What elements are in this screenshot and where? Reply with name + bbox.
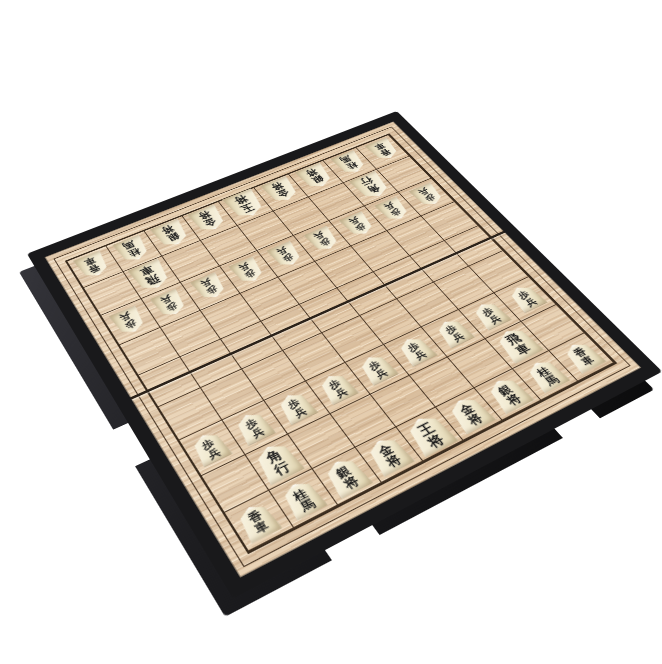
piece-kanji: 車 bbox=[513, 342, 533, 357]
piece-sente-pawn[interactable]: 歩兵 bbox=[433, 316, 476, 349]
product-photo: 香車桂馬銀将金将玉将金将銀将桂馬香車飛車角行歩兵歩兵歩兵歩兵歩兵歩兵歩兵歩兵歩兵… bbox=[0, 0, 662, 664]
piece-sente-pawn[interactable]: 歩兵 bbox=[470, 299, 513, 331]
piece-kanji: 兵 bbox=[250, 426, 267, 440]
piece-kanji: 兵 bbox=[412, 349, 428, 361]
piece-sente-silver-general[interactable]: 銀将 bbox=[320, 454, 373, 499]
piece-kanji: 将 bbox=[425, 432, 447, 450]
piece-gote-jeweled-king[interactable]: 玉将 bbox=[222, 189, 268, 222]
piece-gote-silver-general[interactable]: 銀将 bbox=[149, 219, 192, 250]
piece-gote-gold-general[interactable]: 金将 bbox=[260, 176, 302, 205]
piece-gote-lance[interactable]: 香車 bbox=[73, 250, 113, 280]
piece-gote-pawn[interactable]: 歩兵 bbox=[408, 182, 446, 208]
piece-sente-pawn[interactable]: 歩兵 bbox=[232, 409, 277, 447]
piece-kanji: 兵 bbox=[206, 447, 223, 461]
piece-kanji: 将 bbox=[384, 453, 404, 469]
piece-gote-pawn[interactable]: 歩兵 bbox=[266, 241, 305, 270]
piece-sente-knight[interactable]: 桂馬 bbox=[278, 477, 328, 521]
piece-gote-pawn[interactable]: 歩兵 bbox=[339, 211, 378, 238]
piece-gote-gold-general[interactable]: 金将 bbox=[187, 204, 230, 235]
piece-gote-pawn[interactable]: 歩兵 bbox=[149, 288, 189, 319]
piece-sente-pawn[interactable]: 歩兵 bbox=[274, 389, 318, 425]
piece-sente-silver-general[interactable]: 銀将 bbox=[483, 374, 534, 414]
piece-sente-king[interactable]: 王将 bbox=[402, 411, 459, 457]
piece-sente-gold-general[interactable]: 金将 bbox=[444, 393, 496, 435]
piece-sente-pawn[interactable]: 歩兵 bbox=[505, 283, 547, 314]
piece-kanji: 兵 bbox=[487, 314, 503, 326]
piece-gote-silver-general[interactable]: 銀将 bbox=[295, 163, 337, 192]
piece-sente-lance[interactable]: 香車 bbox=[233, 500, 282, 544]
shogi-board: 香車桂馬銀将金将玉将金将銀将桂馬香車飛車角行歩兵歩兵歩兵歩兵歩兵歩兵歩兵歩兵歩兵… bbox=[45, 121, 642, 577]
piece-gote-knight[interactable]: 桂馬 bbox=[330, 150, 369, 176]
piece-sente-pawn[interactable]: 歩兵 bbox=[395, 334, 438, 368]
piece-kanji: 馬 bbox=[543, 373, 561, 387]
piece-sente-knight[interactable]: 桂馬 bbox=[523, 357, 571, 394]
piece-kanji: 車 bbox=[253, 520, 272, 536]
piece-sente-pawn[interactable]: 歩兵 bbox=[356, 352, 400, 386]
piece-gote-pawn[interactable]: 歩兵 bbox=[228, 256, 267, 286]
play-area: 香車桂馬銀将金将玉将金将銀将桂馬香車飛車角行歩兵歩兵歩兵歩兵歩兵歩兵歩兵歩兵歩兵… bbox=[65, 133, 618, 554]
piece-sente-pawn[interactable]: 歩兵 bbox=[316, 370, 360, 405]
piece-kanji: 車 bbox=[580, 355, 597, 368]
piece-kanji: 兵 bbox=[523, 297, 539, 308]
piece-gote-rook[interactable]: 飛車 bbox=[127, 258, 174, 294]
piece-sente-gold-general[interactable]: 金将 bbox=[363, 433, 416, 477]
piece-kanji: 将 bbox=[465, 412, 484, 427]
piece-gote-knight[interactable]: 桂馬 bbox=[112, 235, 153, 265]
board-assembly: 香車桂馬銀将金将玉将金将銀将桂馬香車飛車角行歩兵歩兵歩兵歩兵歩兵歩兵歩兵歩兵歩兵… bbox=[45, 121, 642, 577]
piece-sente-bishop[interactable]: 角行 bbox=[250, 439, 305, 486]
piece-kanji: 将 bbox=[504, 392, 523, 407]
piece-gote-pawn[interactable]: 歩兵 bbox=[189, 272, 229, 302]
piece-gote-pawn[interactable]: 歩兵 bbox=[303, 225, 342, 253]
piece-sente-lance[interactable]: 香車 bbox=[560, 339, 606, 374]
piece-kanji: 兵 bbox=[373, 367, 389, 380]
piece-gote-pawn[interactable]: 歩兵 bbox=[108, 305, 148, 337]
piece-gote-lance[interactable]: 香車 bbox=[364, 138, 402, 163]
piece-sente-rook[interactable]: 飛車 bbox=[492, 324, 545, 364]
piece-kanji: 兵 bbox=[292, 406, 308, 419]
piece-sente-pawn[interactable]: 歩兵 bbox=[188, 429, 233, 468]
piece-kanji: 兵 bbox=[450, 331, 466, 343]
piece-kanji: 兵 bbox=[333, 386, 349, 399]
pieces-layer: 香車桂馬銀将金将玉将金将銀将桂馬香車飛車角行歩兵歩兵歩兵歩兵歩兵歩兵歩兵歩兵歩兵… bbox=[65, 133, 618, 554]
piece-gote-pawn[interactable]: 歩兵 bbox=[374, 196, 413, 223]
piece-gote-bishop[interactable]: 角行 bbox=[348, 171, 393, 202]
